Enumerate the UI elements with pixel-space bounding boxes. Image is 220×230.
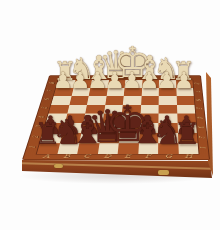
square-e4 xyxy=(121,114,140,123)
square-h8 xyxy=(176,80,193,88)
rank-label-6-right: 6 xyxy=(193,97,203,102)
rank-label-1-left: 1 xyxy=(26,144,38,150)
square-g3 xyxy=(158,123,177,133)
file-label-f: F xyxy=(141,153,155,159)
square-b4 xyxy=(65,114,86,123)
square-f7 xyxy=(141,88,159,96)
box-fold-seam xyxy=(22,162,212,169)
rank-label-4-left: 4 xyxy=(36,115,47,120)
chess-set-photo: ABCDEFGH1122334455667788 ♜♞♝♛♚♝♞♜♟♟♟♟♟♟♟… xyxy=(0,0,220,230)
square-f1 xyxy=(138,143,158,154)
rank-label-5-right: 5 xyxy=(194,106,204,111)
square-h7 xyxy=(176,88,194,96)
square-d6 xyxy=(105,96,124,105)
square-b8 xyxy=(73,80,92,88)
rank-label-4-right: 4 xyxy=(194,115,204,120)
square-f8 xyxy=(142,80,159,88)
square-h2 xyxy=(178,133,198,143)
square-c8 xyxy=(90,80,108,88)
square-g5 xyxy=(159,105,177,114)
rank-label-8-right: 8 xyxy=(192,81,201,85)
square-h3 xyxy=(177,123,197,133)
square-c6 xyxy=(87,96,106,105)
square-g7 xyxy=(159,88,177,96)
square-d8 xyxy=(107,80,125,88)
square-g1 xyxy=(158,143,178,154)
square-e1 xyxy=(118,143,139,154)
square-h4 xyxy=(177,114,196,123)
rank-label-7-left: 7 xyxy=(44,89,55,93)
rank-label-3-left: 3 xyxy=(33,124,45,129)
brass-clasp-right xyxy=(158,170,169,175)
rank-label-7-right: 7 xyxy=(192,89,202,93)
square-f3 xyxy=(139,123,158,133)
square-e6 xyxy=(123,96,141,105)
square-c5 xyxy=(85,105,105,114)
square-f6 xyxy=(141,96,159,105)
rank-label-2-right: 2 xyxy=(196,134,207,140)
square-g6 xyxy=(159,96,177,105)
square-c4 xyxy=(83,114,103,123)
square-d4 xyxy=(102,114,122,123)
square-d3 xyxy=(101,123,121,133)
square-h1 xyxy=(178,143,199,154)
square-d7 xyxy=(106,88,124,96)
chess-board: ABCDEFGH1122334455667788 xyxy=(22,75,210,160)
rank-label-3-right: 3 xyxy=(195,124,206,129)
brass-clasp-left xyxy=(54,164,63,168)
square-f4 xyxy=(140,114,159,123)
square-d5 xyxy=(104,105,123,114)
square-c7 xyxy=(89,88,108,96)
square-f5 xyxy=(140,105,158,114)
square-g4 xyxy=(158,114,177,123)
square-b2 xyxy=(60,133,82,143)
rank-label-1-right: 1 xyxy=(197,144,208,150)
square-e7 xyxy=(124,88,142,96)
square-b5 xyxy=(67,105,87,114)
file-label-g: G xyxy=(161,153,175,159)
square-f2 xyxy=(138,133,158,143)
square-c1 xyxy=(77,143,99,154)
file-label-b: B xyxy=(59,153,74,159)
square-e2 xyxy=(119,133,139,143)
square-h5 xyxy=(177,105,196,114)
square-g8 xyxy=(159,80,176,88)
square-b1 xyxy=(57,143,79,154)
file-label-h: H xyxy=(181,153,195,159)
square-d2 xyxy=(99,133,120,143)
square-b7 xyxy=(71,88,90,96)
square-c3 xyxy=(81,123,102,133)
rank-label-2-left: 2 xyxy=(30,134,42,140)
square-e5 xyxy=(122,105,141,114)
rank-label-6-left: 6 xyxy=(42,97,53,102)
rank-label-5-left: 5 xyxy=(39,106,50,111)
square-c2 xyxy=(79,133,100,143)
square-b3 xyxy=(62,123,83,133)
square-g2 xyxy=(158,133,178,143)
board-grid xyxy=(37,80,199,154)
file-label-e: E xyxy=(120,153,134,159)
rank-label-8-left: 8 xyxy=(47,81,57,85)
square-h6 xyxy=(176,96,194,105)
square-e8 xyxy=(125,80,143,88)
square-b6 xyxy=(69,96,89,105)
square-d1 xyxy=(97,143,118,154)
file-label-a: A xyxy=(38,153,54,159)
file-label-d: D xyxy=(100,153,115,159)
file-label-c: C xyxy=(79,153,94,159)
square-e3 xyxy=(120,123,140,133)
